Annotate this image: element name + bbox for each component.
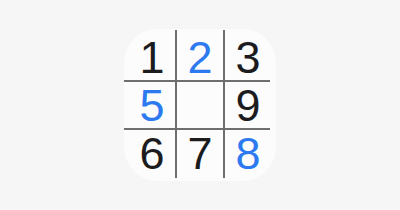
cell-digit: 1 (139, 35, 164, 80)
cell-digit: 8 (235, 131, 260, 176)
grid-line-vertical-1 (175, 30, 177, 178)
cell-digit: 3 (235, 35, 260, 80)
grid-line-horizontal-1 (124, 80, 270, 82)
grid-line-horizontal-2 (124, 128, 270, 130)
sudoku-cell-r1c2[interactable]: 2 (176, 33, 224, 81)
sudoku-cell-r2c3[interactable]: 9 (224, 81, 272, 129)
sudoku-board: 1 2 3 5 9 6 7 8 (128, 33, 272, 177)
cell-digit: 7 (187, 131, 212, 176)
cell-digit: 9 (235, 83, 260, 128)
sudoku-cell-r3c3[interactable]: 8 (224, 129, 272, 177)
page-background: 1 2 3 5 9 6 7 8 (0, 0, 400, 210)
sudoku-cell-r1c3[interactable]: 3 (224, 33, 272, 81)
sudoku-cell-r1c1[interactable]: 1 (128, 33, 176, 81)
cell-digit: 2 (187, 35, 212, 80)
grid-line-vertical-2 (223, 30, 225, 178)
cell-digit: 6 (139, 131, 164, 176)
sudoku-cell-r3c2[interactable]: 7 (176, 129, 224, 177)
sudoku-cell-r2c2[interactable] (176, 81, 224, 129)
sudoku-cell-r2c1[interactable]: 5 (128, 81, 176, 129)
sudoku-app-icon: 1 2 3 5 9 6 7 8 (124, 29, 276, 181)
sudoku-cell-r3c1[interactable]: 6 (128, 129, 176, 177)
cell-digit: 5 (139, 83, 164, 128)
